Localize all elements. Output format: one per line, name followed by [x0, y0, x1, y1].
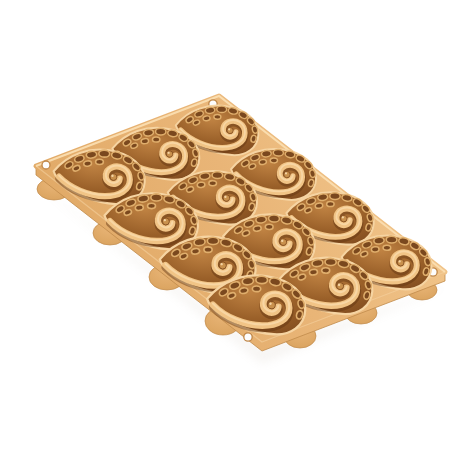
eyelet-hole [244, 333, 252, 341]
product-photo [0, 0, 458, 458]
eyelet-hole [42, 161, 50, 169]
mold-photo-svg [0, 0, 458, 458]
photo-stage [0, 0, 458, 458]
